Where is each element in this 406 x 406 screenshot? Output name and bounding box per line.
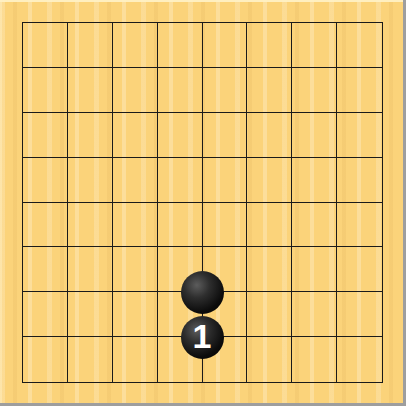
board-cell[interactable] — [247, 247, 292, 292]
board-cell[interactable] — [68, 113, 113, 158]
board-cell[interactable] — [337, 292, 382, 337]
board-cell[interactable] — [203, 203, 248, 248]
board-cell[interactable] — [292, 292, 337, 337]
board-cell[interactable] — [113, 158, 158, 203]
board-cell[interactable] — [68, 292, 113, 337]
board-cell[interactable] — [68, 247, 113, 292]
board-cell[interactable] — [68, 158, 113, 203]
board-cell[interactable] — [292, 68, 337, 113]
board-cell[interactable] — [337, 23, 382, 68]
board-cell[interactable] — [337, 158, 382, 203]
board-cell[interactable] — [158, 158, 203, 203]
board-cell[interactable] — [23, 203, 68, 248]
board-cell[interactable] — [23, 337, 68, 382]
board-cell[interactable] — [113, 113, 158, 158]
board-cell[interactable] — [23, 23, 68, 68]
board-cell[interactable] — [203, 113, 248, 158]
board-cell[interactable] — [68, 68, 113, 113]
board-cell[interactable] — [68, 23, 113, 68]
board-cell[interactable] — [113, 23, 158, 68]
board-cell[interactable] — [113, 337, 158, 382]
board-cell[interactable] — [203, 23, 248, 68]
board-cell[interactable] — [247, 158, 292, 203]
board-cell[interactable] — [292, 203, 337, 248]
board-cell[interactable] — [158, 337, 203, 382]
board-cell[interactable] — [203, 292, 248, 337]
board-cell[interactable] — [158, 68, 203, 113]
board-cell[interactable] — [292, 247, 337, 292]
board-cell[interactable] — [292, 23, 337, 68]
board-cell[interactable] — [23, 292, 68, 337]
board-cell[interactable] — [23, 113, 68, 158]
board-cell[interactable] — [337, 203, 382, 248]
board-cell[interactable] — [158, 247, 203, 292]
board-cell[interactable] — [247, 292, 292, 337]
board-cell[interactable] — [337, 113, 382, 158]
board-cell[interactable] — [158, 203, 203, 248]
board-cell[interactable] — [23, 247, 68, 292]
board-cell[interactable] — [247, 113, 292, 158]
board-cell[interactable] — [337, 337, 382, 382]
board-cell[interactable] — [113, 292, 158, 337]
board-cell[interactable] — [247, 337, 292, 382]
board-cell[interactable] — [337, 247, 382, 292]
board-cell[interactable] — [23, 68, 68, 113]
board-cell[interactable] — [203, 158, 248, 203]
board-cell[interactable] — [292, 113, 337, 158]
board-cell[interactable] — [113, 203, 158, 248]
board-cell[interactable] — [68, 337, 113, 382]
board-cell[interactable] — [158, 23, 203, 68]
board-cell[interactable] — [247, 68, 292, 113]
board-cell[interactable] — [23, 158, 68, 203]
board-cell[interactable] — [292, 158, 337, 203]
board-cell[interactable] — [203, 247, 248, 292]
board-cell[interactable] — [158, 292, 203, 337]
go-board[interactable]: 1 — [0, 0, 406, 406]
board-cell[interactable] — [203, 68, 248, 113]
board-cell[interactable] — [158, 113, 203, 158]
board-cell[interactable] — [113, 68, 158, 113]
board-cell[interactable] — [113, 247, 158, 292]
board-cell[interactable] — [68, 203, 113, 248]
board-cell[interactable] — [247, 23, 292, 68]
board-cell[interactable] — [247, 203, 292, 248]
board-cell[interactable] — [292, 337, 337, 382]
board-cell[interactable] — [203, 337, 248, 382]
board-cell[interactable] — [337, 68, 382, 113]
board-grid — [22, 22, 383, 383]
